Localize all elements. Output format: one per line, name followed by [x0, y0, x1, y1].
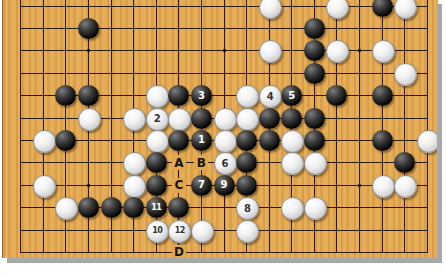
black-stone[interactable] [168, 85, 189, 106]
black-stone[interactable] [55, 130, 76, 151]
grid-line-horizontal [20, 73, 427, 74]
grid-line-vertical [404, 0, 405, 253]
white-stone-move-8[interactable]: 8 [236, 197, 259, 220]
black-stone[interactable] [78, 197, 99, 218]
black-stone[interactable] [304, 108, 325, 129]
white-stone[interactable] [259, 40, 282, 63]
black-stone[interactable] [304, 130, 325, 151]
white-stone[interactable] [304, 152, 327, 175]
move-number: 2 [154, 114, 161, 124]
white-stone[interactable] [33, 130, 56, 153]
white-stone-move-12[interactable]: 12 [168, 220, 191, 243]
white-stone[interactable] [123, 152, 146, 175]
white-stone[interactable] [281, 152, 304, 175]
black-stone[interactable] [168, 130, 189, 151]
white-stone[interactable] [214, 130, 237, 153]
black-stone[interactable] [146, 152, 167, 173]
grid-line-vertical [427, 0, 428, 253]
white-stone[interactable] [394, 0, 417, 19]
point-label-C[interactable]: C [172, 178, 186, 193]
grid-line-horizontal [20, 6, 427, 7]
white-stone[interactable] [168, 108, 191, 131]
white-stone[interactable] [236, 220, 259, 243]
white-stone[interactable] [146, 130, 169, 153]
star-point [87, 49, 90, 52]
white-stone[interactable] [281, 197, 304, 220]
move-number: 4 [267, 92, 274, 102]
board-shadow-bottom [7, 258, 442, 263]
move-number: 1 [198, 135, 205, 145]
star-point [223, 49, 226, 52]
move-number: 9 [221, 180, 228, 190]
white-stone[interactable] [236, 108, 259, 131]
black-stone[interactable] [101, 197, 122, 218]
black-stone[interactable] [191, 108, 212, 129]
white-stone-move-2[interactable]: 2 [146, 108, 169, 131]
white-stone[interactable] [372, 40, 395, 63]
white-stone[interactable] [326, 0, 349, 19]
black-stone[interactable] [259, 130, 280, 151]
white-stone[interactable] [281, 130, 304, 153]
black-stone[interactable] [123, 197, 144, 218]
move-number: 8 [244, 204, 251, 214]
white-stone[interactable] [326, 40, 349, 63]
white-stone[interactable] [372, 175, 395, 198]
black-stone-move-5[interactable]: 5 [281, 85, 302, 106]
black-stone-move-11[interactable]: 11 [146, 197, 167, 218]
black-stone-move-3[interactable]: 3 [191, 85, 212, 106]
black-stone-move-9[interactable]: 9 [214, 175, 235, 196]
black-stone[interactable] [326, 85, 347, 106]
grid-line-horizontal [20, 230, 427, 231]
white-stone[interactable] [304, 197, 327, 220]
white-stone[interactable] [55, 197, 78, 220]
black-stone[interactable] [236, 175, 257, 196]
star-point [87, 184, 90, 187]
black-stone[interactable] [236, 152, 257, 173]
grid-line-vertical [43, 0, 44, 253]
move-number: 7 [198, 180, 205, 190]
move-number: 12 [175, 227, 185, 235]
black-stone[interactable] [394, 152, 415, 173]
black-stone[interactable] [259, 108, 280, 129]
grid-line-horizontal [20, 252, 427, 254]
black-stone[interactable] [372, 130, 393, 151]
move-number: 6 [222, 159, 229, 169]
board-shadow-right [437, 4, 442, 263]
white-stone-move-10[interactable]: 10 [146, 220, 169, 243]
white-stone[interactable] [394, 175, 417, 198]
grid-line-vertical [359, 0, 360, 253]
white-stone-move-6[interactable]: 6 [214, 152, 237, 175]
grid-line-vertical [382, 0, 383, 253]
go-diagram: 345216791181012ABCD [0, 0, 446, 277]
black-stone[interactable] [168, 197, 189, 218]
black-stone[interactable] [146, 175, 167, 196]
black-stone[interactable] [372, 85, 393, 106]
white-stone[interactable] [236, 85, 259, 108]
star-point [358, 184, 361, 187]
white-stone-move-4[interactable]: 4 [259, 85, 282, 108]
grid-line-vertical [336, 0, 337, 253]
grid-line-vertical [20, 0, 21, 253]
white-stone[interactable] [123, 108, 146, 131]
white-stone[interactable] [214, 108, 237, 131]
go-board[interactable]: 345216791181012ABCD [2, 0, 438, 258]
black-stone[interactable] [304, 18, 325, 39]
white-stone[interactable] [191, 220, 214, 243]
black-stone[interactable] [78, 18, 99, 39]
white-stone[interactable] [259, 0, 282, 19]
move-number: 11 [151, 204, 161, 212]
white-stone[interactable] [78, 108, 101, 131]
white-stone[interactable] [146, 85, 169, 108]
black-stone[interactable] [281, 108, 302, 129]
black-stone[interactable] [372, 0, 393, 17]
black-stone[interactable] [236, 130, 257, 151]
white-stone[interactable] [123, 175, 146, 198]
black-stone[interactable] [304, 40, 325, 61]
black-stone[interactable] [55, 85, 76, 106]
move-number: 3 [198, 91, 205, 101]
move-number: 5 [288, 91, 295, 101]
white-stone[interactable] [394, 63, 417, 86]
white-stone[interactable] [33, 175, 56, 198]
move-number: 10 [152, 227, 162, 235]
black-stone-move-1[interactable]: 1 [191, 130, 212, 151]
point-label-A[interactable]: A [172, 155, 186, 170]
black-stone[interactable] [304, 63, 325, 84]
star-point [358, 49, 361, 52]
black-stone-move-7[interactable]: 7 [191, 175, 212, 196]
black-stone[interactable] [78, 85, 99, 106]
point-label-B[interactable]: B [194, 155, 208, 170]
